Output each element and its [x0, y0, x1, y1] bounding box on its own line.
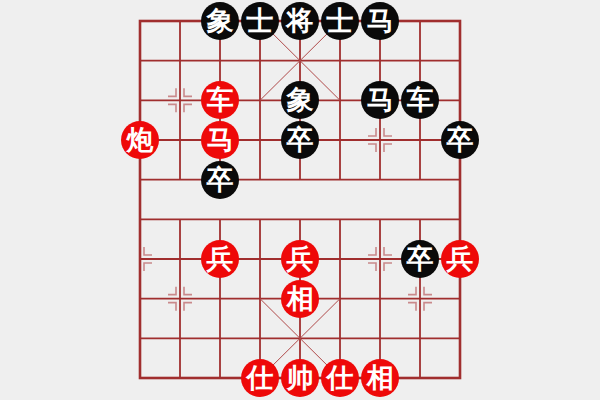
piece-red-chariot[interactable]: 车	[201, 81, 239, 119]
piece-black-general[interactable]: 将	[281, 2, 319, 40]
piece-red-horse[interactable]: 马	[201, 121, 239, 159]
piece-black-soldier[interactable]: 卒	[441, 121, 479, 159]
piece-red-general[interactable]: 帅	[281, 359, 319, 397]
piece-black-soldier[interactable]: 卒	[401, 240, 439, 278]
piece-red-cannon[interactable]: 炮	[121, 121, 159, 159]
piece-red-advisor[interactable]: 仕	[241, 359, 279, 397]
piece-black-soldier[interactable]: 卒	[281, 121, 319, 159]
piece-black-elephant[interactable]: 象	[201, 2, 239, 40]
piece-red-soldier[interactable]: 兵	[441, 240, 479, 278]
piece-black-soldier[interactable]: 卒	[201, 161, 239, 199]
piece-black-advisor[interactable]: 士	[321, 2, 359, 40]
xiangqi-app: 象士将士马车象马车炮马卒卒卒兵兵卒兵相仕帅仕相	[0, 0, 600, 400]
piece-black-horse[interactable]: 马	[361, 2, 399, 40]
piece-red-elephant[interactable]: 相	[361, 359, 399, 397]
piece-black-elephant[interactable]: 象	[281, 81, 319, 119]
piece-red-elephant[interactable]: 相	[281, 280, 319, 318]
piece-red-soldier[interactable]: 兵	[281, 240, 319, 278]
piece-red-advisor[interactable]: 仕	[321, 359, 359, 397]
piece-black-chariot[interactable]: 车	[401, 81, 439, 119]
piece-red-soldier[interactable]: 兵	[201, 240, 239, 278]
piece-black-horse[interactable]: 马	[361, 81, 399, 119]
pieces-layer: 象士将士马车象马车炮马卒卒卒兵兵卒兵相仕帅仕相	[0, 0, 600, 400]
piece-black-advisor[interactable]: 士	[241, 2, 279, 40]
